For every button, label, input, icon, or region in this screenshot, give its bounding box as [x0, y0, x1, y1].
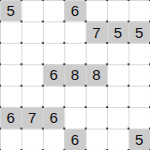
cell-r3c7[interactable] — [129, 43, 150, 64]
cell-r2c3[interactable] — [43, 21, 64, 42]
cell-r3c3[interactable] — [43, 43, 64, 64]
cell-r3c6[interactable] — [107, 43, 128, 64]
fillapix-board: 5675568867665 — [0, 0, 150, 150]
cell-r2c5[interactable]: 7 — [86, 21, 107, 42]
cell-r5c5[interactable] — [86, 86, 107, 107]
cell-r1c1[interactable]: 5 — [0, 0, 21, 21]
cell-r7c1[interactable] — [0, 129, 21, 150]
cell-r3c4[interactable] — [64, 43, 85, 64]
cell-r6c3[interactable]: 6 — [43, 107, 64, 128]
cell-r6c2[interactable]: 7 — [21, 107, 42, 128]
cell-r6c7[interactable] — [129, 107, 150, 128]
cell-r1c6[interactable] — [107, 0, 128, 21]
cell-r4c6[interactable] — [107, 64, 128, 85]
cell-r5c4[interactable] — [64, 86, 85, 107]
cell-r3c5[interactable] — [86, 43, 107, 64]
cell-r7c2[interactable] — [21, 129, 42, 150]
cell-r1c5[interactable] — [86, 0, 107, 21]
cell-r2c6[interactable]: 5 — [107, 21, 128, 42]
cell-r4c3[interactable]: 6 — [43, 64, 64, 85]
cell-r1c2[interactable] — [21, 0, 42, 21]
cell-r4c4[interactable]: 8 — [64, 64, 85, 85]
cell-r1c4[interactable]: 6 — [64, 0, 85, 21]
cell-r5c2[interactable] — [21, 86, 42, 107]
cell-r7c4[interactable]: 6 — [64, 129, 85, 150]
cell-r2c1[interactable] — [0, 21, 21, 42]
board-grid: 5675568867665 — [0, 0, 150, 150]
cell-r3c2[interactable] — [21, 43, 42, 64]
cell-r5c3[interactable] — [43, 86, 64, 107]
cell-r6c5[interactable] — [86, 107, 107, 128]
cell-r6c6[interactable] — [107, 107, 128, 128]
cell-r5c7[interactable] — [129, 86, 150, 107]
cell-r4c7[interactable] — [129, 64, 150, 85]
cell-r7c6[interactable] — [107, 129, 128, 150]
cell-r1c7[interactable] — [129, 0, 150, 21]
cell-r2c7[interactable]: 5 — [129, 21, 150, 42]
cell-r4c1[interactable] — [0, 64, 21, 85]
cell-r3c1[interactable] — [0, 43, 21, 64]
cell-r5c1[interactable] — [0, 86, 21, 107]
cell-r7c3[interactable] — [43, 129, 64, 150]
cell-r4c2[interactable] — [21, 64, 42, 85]
cell-r6c4[interactable] — [64, 107, 85, 128]
cell-r5c6[interactable] — [107, 86, 128, 107]
cell-r4c5[interactable]: 8 — [86, 64, 107, 85]
cell-r2c2[interactable] — [21, 21, 42, 42]
cell-r7c7[interactable]: 5 — [129, 129, 150, 150]
cell-r2c4[interactable] — [64, 21, 85, 42]
cell-r1c3[interactable] — [43, 0, 64, 21]
cell-r6c1[interactable]: 6 — [0, 107, 21, 128]
cell-r7c5[interactable] — [86, 129, 107, 150]
